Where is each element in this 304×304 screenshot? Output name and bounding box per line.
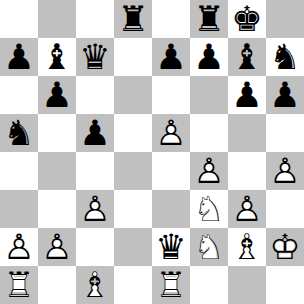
piece-white-rook[interactable]: ♜♖	[152, 266, 190, 304]
piece-black-king[interactable]: ♚	[228, 0, 266, 38]
piece-glyph: ♟	[38, 76, 76, 114]
piece-glyph: ♟	[190, 38, 228, 76]
square-c3[interactable]: ♟♙	[76, 190, 114, 228]
piece-outline-layer: ♙	[76, 190, 114, 228]
square-d3[interactable]	[114, 190, 152, 228]
square-c6[interactable]	[76, 76, 114, 114]
piece-glyph: ♞	[0, 114, 38, 152]
square-d4[interactable]	[114, 152, 152, 190]
square-c8[interactable]	[76, 0, 114, 38]
piece-black-pawn[interactable]: ♟	[190, 38, 228, 76]
piece-white-knight[interactable]: ♞♘	[190, 190, 228, 228]
piece-black-pawn[interactable]: ♟	[76, 114, 114, 152]
piece-glyph: ♟	[228, 76, 266, 114]
piece-glyph: ♝	[38, 38, 76, 76]
piece-glyph: ♛	[152, 228, 190, 266]
chess-board: ♜♜♚♟♝♛♟♟♝♞♟♟♟♞♟♟♙♟♙♟♙♟♙♞♘♟♙♟♙♟♙♛♞♘♝♗♚♔♜♖…	[0, 0, 304, 304]
square-g8[interactable]: ♚	[228, 0, 266, 38]
square-g1[interactable]	[228, 266, 266, 304]
piece-white-bishop[interactable]: ♝♗	[228, 228, 266, 266]
square-e5[interactable]: ♟♙	[152, 114, 190, 152]
piece-glyph: ♟	[0, 38, 38, 76]
piece-white-pawn[interactable]: ♟♙	[38, 228, 76, 266]
square-e8[interactable]	[152, 0, 190, 38]
square-b4[interactable]	[38, 152, 76, 190]
piece-glyph: ♚	[228, 0, 266, 38]
piece-black-queen[interactable]: ♛	[152, 228, 190, 266]
square-a7[interactable]: ♟	[0, 38, 38, 76]
square-f6[interactable]	[190, 76, 228, 114]
square-h1[interactable]	[266, 266, 304, 304]
piece-outline-layer: ♘	[190, 228, 228, 266]
square-a3[interactable]	[0, 190, 38, 228]
piece-outline-layer: ♖	[152, 266, 190, 304]
square-e3[interactable]	[152, 190, 190, 228]
piece-black-queen[interactable]: ♛	[76, 38, 114, 76]
square-e4[interactable]	[152, 152, 190, 190]
piece-outline-layer: ♙	[0, 228, 38, 266]
square-h2[interactable]: ♚♔	[266, 228, 304, 266]
piece-glyph: ♛	[76, 38, 114, 76]
piece-glyph: ♟	[76, 114, 114, 152]
square-h8[interactable]	[266, 0, 304, 38]
piece-outline-layer: ♔	[266, 228, 304, 266]
square-g7[interactable]: ♝	[228, 38, 266, 76]
square-f7[interactable]: ♟	[190, 38, 228, 76]
square-f5[interactable]	[190, 114, 228, 152]
piece-outline-layer: ♗	[76, 266, 114, 304]
piece-outline-layer: ♗	[228, 228, 266, 266]
square-c2[interactable]	[76, 228, 114, 266]
square-a6[interactable]	[0, 76, 38, 114]
square-b8[interactable]	[38, 0, 76, 38]
square-c1[interactable]: ♝♗	[76, 266, 114, 304]
square-e7[interactable]: ♟	[152, 38, 190, 76]
piece-outline-layer: ♙	[228, 190, 266, 228]
square-f2[interactable]: ♞♘	[190, 228, 228, 266]
square-g6[interactable]: ♟	[228, 76, 266, 114]
square-h5[interactable]	[266, 114, 304, 152]
square-b2[interactable]: ♟♙	[38, 228, 76, 266]
square-g3[interactable]: ♟♙	[228, 190, 266, 228]
piece-black-knight[interactable]: ♞	[0, 114, 38, 152]
piece-outline-layer: ♙	[38, 228, 76, 266]
piece-black-rook[interactable]: ♜	[190, 0, 228, 38]
piece-outline-layer: ♙	[152, 114, 190, 152]
piece-white-knight[interactable]: ♞♘	[190, 228, 228, 266]
piece-white-pawn[interactable]: ♟♙	[266, 152, 304, 190]
piece-black-bishop[interactable]: ♝	[38, 38, 76, 76]
square-g2[interactable]: ♝♗	[228, 228, 266, 266]
piece-glyph: ♟	[266, 76, 304, 114]
square-c4[interactable]	[76, 152, 114, 190]
square-f4[interactable]: ♟♙	[190, 152, 228, 190]
piece-white-rook[interactable]: ♜♖	[0, 266, 38, 304]
piece-black-rook[interactable]: ♜	[114, 0, 152, 38]
piece-outline-layer: ♘	[190, 190, 228, 228]
piece-outline-layer: ♙	[190, 152, 228, 190]
square-f8[interactable]: ♜	[190, 0, 228, 38]
piece-glyph: ♜	[190, 0, 228, 38]
square-d1[interactable]	[114, 266, 152, 304]
square-b1[interactable]	[38, 266, 76, 304]
piece-white-pawn[interactable]: ♟♙	[228, 190, 266, 228]
piece-black-pawn[interactable]: ♟	[266, 76, 304, 114]
square-h3[interactable]	[266, 190, 304, 228]
square-b3[interactable]	[38, 190, 76, 228]
square-g5[interactable]	[228, 114, 266, 152]
piece-white-pawn[interactable]: ♟♙	[190, 152, 228, 190]
square-h4[interactable]: ♟♙	[266, 152, 304, 190]
piece-white-pawn[interactable]: ♟♙	[152, 114, 190, 152]
square-d5[interactable]	[114, 114, 152, 152]
piece-white-bishop[interactable]: ♝♗	[76, 266, 114, 304]
square-f3[interactable]: ♞♘	[190, 190, 228, 228]
square-d6[interactable]	[114, 76, 152, 114]
square-d2[interactable]	[114, 228, 152, 266]
square-d8[interactable]: ♜	[114, 0, 152, 38]
piece-white-pawn[interactable]: ♟♙	[0, 228, 38, 266]
square-f1[interactable]	[190, 266, 228, 304]
piece-glyph: ♝	[228, 38, 266, 76]
square-a1[interactable]: ♜♖	[0, 266, 38, 304]
square-b7[interactable]: ♝	[38, 38, 76, 76]
piece-white-king[interactable]: ♚♔	[266, 228, 304, 266]
piece-black-bishop[interactable]: ♝	[228, 38, 266, 76]
square-d7[interactable]	[114, 38, 152, 76]
square-e6[interactable]	[152, 76, 190, 114]
square-a4[interactable]	[0, 152, 38, 190]
piece-black-pawn[interactable]: ♟	[228, 76, 266, 114]
square-b5[interactable]	[38, 114, 76, 152]
piece-glyph: ♟	[152, 38, 190, 76]
square-h6[interactable]: ♟	[266, 76, 304, 114]
square-b6[interactable]: ♟	[38, 76, 76, 114]
piece-outline-layer: ♙	[266, 152, 304, 190]
piece-glyph: ♞	[266, 38, 304, 76]
piece-black-pawn[interactable]: ♟	[38, 76, 76, 114]
piece-outline-layer: ♖	[0, 266, 38, 304]
piece-black-pawn[interactable]: ♟	[152, 38, 190, 76]
square-e2[interactable]: ♛	[152, 228, 190, 266]
square-c7[interactable]: ♛	[76, 38, 114, 76]
piece-black-knight[interactable]: ♞	[266, 38, 304, 76]
piece-white-pawn[interactable]: ♟♙	[76, 190, 114, 228]
square-c5[interactable]: ♟	[76, 114, 114, 152]
square-a8[interactable]	[0, 0, 38, 38]
piece-glyph: ♜	[114, 0, 152, 38]
square-h7[interactable]: ♞	[266, 38, 304, 76]
square-g4[interactable]	[228, 152, 266, 190]
square-e1[interactable]: ♜♖	[152, 266, 190, 304]
square-a2[interactable]: ♟♙	[0, 228, 38, 266]
square-a5[interactable]: ♞	[0, 114, 38, 152]
piece-black-pawn[interactable]: ♟	[0, 38, 38, 76]
